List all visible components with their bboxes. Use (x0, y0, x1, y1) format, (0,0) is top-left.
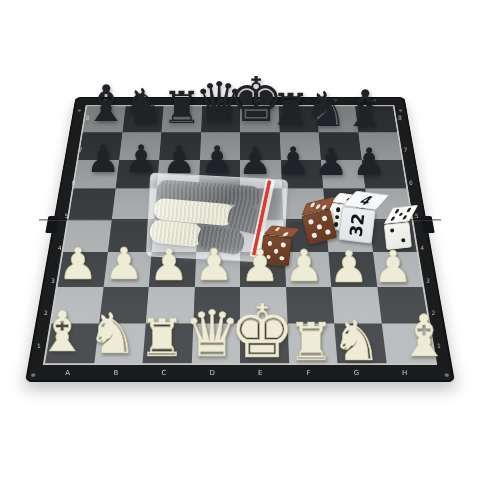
piece-black-bishop[interactable]: ♝ (343, 84, 388, 134)
rank-label-right-5: 5 (415, 211, 419, 218)
piece-black-pawn[interactable]: ♟ (352, 143, 386, 181)
piece-white-pawn[interactable]: ♟ (58, 242, 97, 286)
rank-label-right-8: 8 (398, 113, 402, 120)
piece-white-pawn[interactable]: ♟ (284, 244, 323, 288)
frame-screw-dot (78, 109, 81, 111)
die-pip (283, 232, 290, 236)
rank-label-left-3: 3 (51, 276, 55, 283)
piece-white-knight[interactable]: ♞ (331, 313, 381, 369)
doubling-cube-front-number: 32 (339, 207, 375, 243)
die-pip (316, 204, 321, 209)
die-pip (390, 229, 395, 234)
piece-black-pawn[interactable]: ♟ (276, 142, 310, 180)
piece-white-rook[interactable]: ♜ (288, 316, 335, 368)
die-pip (406, 208, 411, 212)
die-pip (402, 215, 407, 219)
piece-black-pawn[interactable]: ♟ (238, 142, 272, 180)
file-label-h: H (402, 369, 408, 377)
file-label-a: A (65, 369, 70, 377)
file-label-c: C (162, 369, 167, 377)
die-pip (308, 219, 314, 225)
die-pip (325, 229, 331, 235)
die-pip (390, 217, 395, 221)
piece-white-pawn[interactable]: ♟ (149, 243, 188, 287)
piece-black-pawn[interactable]: ♟ (200, 141, 234, 179)
piece-black-pawn[interactable]: ♟ (314, 143, 348, 181)
rank-label-right-6: 6 (409, 179, 413, 186)
piece-white-pawn[interactable]: ♟ (104, 242, 143, 286)
die-pip (310, 203, 315, 208)
piece-white-rook[interactable]: ♜ (139, 312, 186, 364)
die-pip (334, 215, 339, 220)
rank-label-left-5: 5 (65, 211, 69, 218)
piece-white-knight[interactable]: ♞ (87, 306, 137, 362)
piece-white-bishop[interactable]: ♝ (398, 307, 450, 365)
doubling-cube-front-face: 32 (338, 206, 376, 244)
frame-screw-dot (445, 373, 450, 376)
die-pip (311, 233, 317, 239)
piece-white-bishop[interactable]: ♝ (37, 304, 87, 360)
rank-label-right-4: 4 (420, 244, 424, 251)
rank-label-right-3: 3 (426, 276, 430, 283)
piece-white-pawn[interactable]: ♟ (240, 244, 279, 288)
frame-screw-dot (399, 109, 402, 111)
die-pip (316, 224, 322, 230)
rank-label-left-6: 6 (72, 179, 76, 186)
file-label-b: B (113, 369, 118, 377)
die-pip (274, 227, 281, 231)
chess-set-photo: ABCDEFGH ABCDEFGH1122334455667788 ♝♞♜♛♚♜… (0, 0, 480, 480)
die-pip (398, 212, 403, 216)
die-pip (322, 216, 328, 222)
rank-label-right-7: 7 (403, 146, 407, 153)
die-pip (335, 207, 340, 212)
piece-black-knight[interactable]: ♞ (304, 85, 347, 133)
square-a5[interactable] (69, 189, 116, 220)
piece-black-knight[interactable]: ♞ (122, 82, 165, 130)
piece-white-pawn[interactable]: ♟ (329, 245, 368, 289)
piece-white-pawn[interactable]: ♟ (194, 243, 233, 287)
frame-screw-dot (31, 373, 36, 376)
rank-label-left-7: 7 (78, 146, 82, 153)
piece-white-king[interactable]: ♚ (229, 294, 295, 368)
doubling-cube: 432 (338, 189, 378, 244)
piece-black-pawn[interactable]: ♟ (86, 140, 120, 178)
die-pip (394, 209, 399, 213)
piece-white-pawn[interactable]: ♟ (373, 245, 412, 289)
